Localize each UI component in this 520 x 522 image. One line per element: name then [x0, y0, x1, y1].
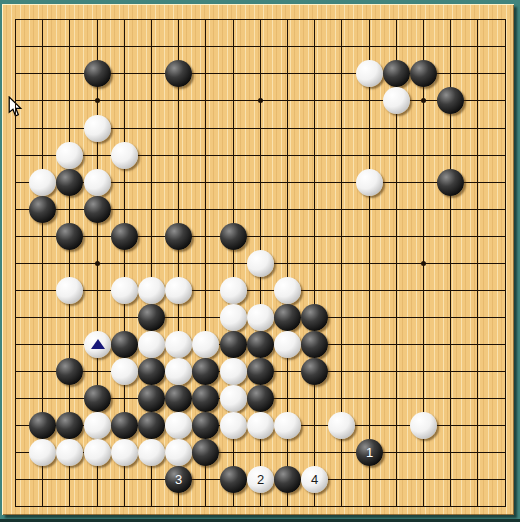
star-point: [421, 98, 426, 103]
stone-white-9-9[interactable]: [247, 250, 274, 277]
stone-white-6-10[interactable]: [165, 277, 192, 304]
stone-black-2-8[interactable]: [56, 223, 83, 250]
stone-white-6-12[interactable]: [165, 331, 192, 358]
stone-black-6-17[interactable]: 3: [165, 466, 192, 493]
grid-line-vertical: [477, 19, 478, 507]
stone-black-8-8[interactable]: [220, 223, 247, 250]
stone-white-8-11[interactable]: [220, 304, 247, 331]
star-point: [95, 261, 100, 266]
stone-black-4-8[interactable]: [111, 223, 138, 250]
stone-white-6-13[interactable]: [165, 358, 192, 385]
move-number-label: 1: [366, 446, 373, 459]
stone-white-13-6[interactable]: [356, 169, 383, 196]
stone-white-14-3[interactable]: [383, 87, 410, 114]
stone-white-4-5[interactable]: [111, 142, 138, 169]
stone-black-7-15[interactable]: [192, 412, 219, 439]
stone-black-2-15[interactable]: [56, 412, 83, 439]
stone-black-7-13[interactable]: [192, 358, 219, 385]
stone-white-8-14[interactable]: [220, 385, 247, 412]
stone-black-16-6[interactable]: [437, 169, 464, 196]
stone-white-5-12[interactable]: [138, 331, 165, 358]
move-number-label: 4: [311, 473, 318, 486]
stone-white-8-15[interactable]: [220, 412, 247, 439]
stone-white-12-15[interactable]: [328, 412, 355, 439]
triangle-marker: [91, 339, 105, 349]
stone-white-5-16[interactable]: [138, 439, 165, 466]
stone-white-6-16[interactable]: [165, 439, 192, 466]
stone-black-5-14[interactable]: [138, 385, 165, 412]
stone-white-2-10[interactable]: [56, 277, 83, 304]
stone-white-1-16[interactable]: [29, 439, 56, 466]
stone-black-6-2[interactable]: [165, 60, 192, 87]
move-number-label: 3: [175, 473, 182, 486]
stone-black-7-14[interactable]: [192, 385, 219, 412]
stone-white-9-11[interactable]: [247, 304, 274, 331]
stone-white-4-16[interactable]: [111, 439, 138, 466]
stone-white-3-4[interactable]: [84, 115, 111, 142]
star-point: [258, 98, 263, 103]
stone-white-10-10[interactable]: [274, 277, 301, 304]
stone-black-11-13[interactable]: [301, 358, 328, 385]
stone-black-9-13[interactable]: [247, 358, 274, 385]
stone-white-8-13[interactable]: [220, 358, 247, 385]
stone-black-8-17[interactable]: [220, 466, 247, 493]
stone-black-4-15[interactable]: [111, 412, 138, 439]
star-point: [95, 98, 100, 103]
stone-black-6-14[interactable]: [165, 385, 192, 412]
stone-black-9-14[interactable]: [247, 385, 274, 412]
star-point: [421, 261, 426, 266]
stone-white-11-17[interactable]: 4: [301, 466, 328, 493]
stone-white-15-15[interactable]: [410, 412, 437, 439]
stone-black-7-16[interactable]: [192, 439, 219, 466]
go-app-window: 1324: [0, 0, 520, 522]
stone-black-15-2[interactable]: [410, 60, 437, 87]
stone-black-8-12[interactable]: [220, 331, 247, 358]
stone-black-16-3[interactable]: [437, 87, 464, 114]
stone-black-1-7[interactable]: [29, 196, 56, 223]
stone-black-10-17[interactable]: [274, 466, 301, 493]
stone-black-11-11[interactable]: [301, 304, 328, 331]
stone-black-1-15[interactable]: [29, 412, 56, 439]
stone-white-10-15[interactable]: [274, 412, 301, 439]
stone-black-3-14[interactable]: [84, 385, 111, 412]
stone-black-5-15[interactable]: [138, 412, 165, 439]
stone-white-9-17[interactable]: 2: [247, 466, 274, 493]
stone-black-4-12[interactable]: [111, 331, 138, 358]
stone-black-3-7[interactable]: [84, 196, 111, 223]
stone-white-3-15[interactable]: [84, 412, 111, 439]
stone-white-6-15[interactable]: [165, 412, 192, 439]
stone-white-5-10[interactable]: [138, 277, 165, 304]
move-number-label: 2: [257, 473, 264, 486]
grid-line-horizontal: [15, 290, 506, 291]
stone-white-8-10[interactable]: [220, 277, 247, 304]
stone-black-9-12[interactable]: [247, 331, 274, 358]
stone-white-3-16[interactable]: [84, 439, 111, 466]
stone-black-2-6[interactable]: [56, 169, 83, 196]
grid-line-horizontal: [15, 506, 506, 507]
grid-line-vertical: [369, 19, 370, 507]
stone-black-13-16[interactable]: 1: [356, 439, 383, 466]
stone-black-14-2[interactable]: [383, 60, 410, 87]
stone-white-4-13[interactable]: [111, 358, 138, 385]
grid-line-vertical: [505, 19, 506, 507]
stone-white-9-15[interactable]: [247, 412, 274, 439]
stone-white-3-6[interactable]: [84, 169, 111, 196]
stone-black-3-2[interactable]: [84, 60, 111, 87]
stone-white-7-12[interactable]: [192, 331, 219, 358]
stone-black-5-13[interactable]: [138, 358, 165, 385]
stone-black-5-11[interactable]: [138, 304, 165, 331]
stone-white-3-12[interactable]: [84, 331, 111, 358]
grid-line-vertical: [314, 19, 315, 507]
stone-white-1-6[interactable]: [29, 169, 56, 196]
stone-black-6-8[interactable]: [165, 223, 192, 250]
stone-white-10-12[interactable]: [274, 331, 301, 358]
stone-white-4-10[interactable]: [111, 277, 138, 304]
stone-black-11-12[interactable]: [301, 331, 328, 358]
stone-white-2-16[interactable]: [56, 439, 83, 466]
stone-black-10-11[interactable]: [274, 304, 301, 331]
stone-black-2-13[interactable]: [56, 358, 83, 385]
stone-white-13-2[interactable]: [356, 60, 383, 87]
stone-white-2-5[interactable]: [56, 142, 83, 169]
